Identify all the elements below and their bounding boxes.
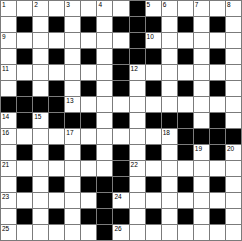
cell-r8-c6[interactable] [97, 129, 112, 144]
cell-r12-c2[interactable] [33, 193, 48, 208]
cell-r0-c5[interactable] [81, 1, 96, 16]
cell-r14-c4[interactable] [65, 225, 80, 240]
black-cell-r7-c3 [49, 113, 64, 128]
black-cell-r8-c12 [194, 129, 209, 144]
cell-r10-c10[interactable] [162, 161, 177, 176]
cell-r1-c12[interactable] [194, 17, 209, 32]
cell-r5-c4[interactable] [65, 81, 80, 96]
cell-r7-c6[interactable] [97, 113, 112, 128]
black-cell-r5-c9 [146, 81, 161, 96]
cell-r11-c12[interactable] [194, 177, 209, 192]
black-cell-r8-c14 [226, 129, 241, 144]
black-cell-r13-c5 [81, 209, 96, 224]
cell-r4-c8[interactable]: 12 [130, 65, 145, 80]
cell-r8-c4[interactable]: 17 [65, 129, 80, 144]
cell-r11-c2[interactable] [33, 177, 48, 192]
cell-r2-c2[interactable] [33, 33, 48, 48]
cell-r14-c8[interactable] [130, 225, 145, 240]
black-cell-r1-c11 [178, 17, 193, 32]
cell-r6-c7[interactable] [113, 97, 128, 112]
cell-r4-c1[interactable] [17, 65, 32, 80]
cell-r0-c14[interactable]: 8 [226, 1, 241, 16]
cell-r4-c2[interactable] [33, 65, 48, 80]
cell-r0-c1[interactable] [17, 1, 32, 16]
cell-r12-c3[interactable] [49, 193, 64, 208]
cell-r2-c1[interactable] [17, 33, 32, 48]
clue-number-26: 26 [114, 225, 121, 232]
cell-r2-c4[interactable] [65, 33, 80, 48]
cell-r0-c9[interactable]: 5 [146, 1, 161, 16]
cell-r10-c0[interactable]: 21 [1, 161, 16, 176]
clue-number-19: 19 [195, 145, 202, 152]
cell-r2-c12[interactable] [194, 33, 209, 48]
black-cell-r1-c13 [210, 17, 225, 32]
cell-r2-c10[interactable] [162, 33, 177, 48]
cell-r10-c2[interactable] [33, 161, 48, 176]
black-cell-r7-c5 [81, 113, 96, 128]
cell-r7-c2[interactable]: 15 [33, 113, 48, 128]
cell-r5-c10[interactable] [162, 81, 177, 96]
cell-r13-c0[interactable] [1, 209, 16, 224]
cell-r2-c5[interactable] [81, 33, 96, 48]
cell-r3-c12[interactable] [194, 49, 209, 64]
cell-r10-c3[interactable] [49, 161, 64, 176]
cell-r5-c2[interactable] [33, 81, 48, 96]
black-cell-r13-c9 [146, 209, 161, 224]
black-cell-r11-c7 [113, 177, 128, 192]
clue-number-11: 11 [2, 65, 9, 72]
cell-r11-c14[interactable] [226, 177, 241, 192]
cell-r11-c10[interactable] [162, 177, 177, 192]
cell-r6-c5[interactable] [81, 97, 96, 112]
cell-r9-c12[interactable]: 19 [194, 145, 209, 160]
cell-r13-c2[interactable] [33, 209, 48, 224]
clue-number-20: 20 [227, 145, 234, 152]
clue-number-24: 24 [114, 193, 121, 200]
cell-r7-c14[interactable] [226, 113, 241, 128]
black-cell-r7-c9 [146, 113, 161, 128]
clue-number-18: 18 [163, 129, 170, 136]
cell-r14-c14[interactable] [226, 225, 241, 240]
cell-r12-c7[interactable]: 24 [113, 193, 128, 208]
cell-r6-c14[interactable] [226, 97, 241, 112]
black-cell-r11-c9 [146, 177, 161, 192]
black-cell-r9-c11 [178, 145, 193, 160]
cell-r10-c5[interactable] [81, 161, 96, 176]
cell-r4-c13[interactable] [210, 65, 225, 80]
cell-r6-c11[interactable] [178, 97, 193, 112]
cell-r13-c14[interactable] [226, 209, 241, 224]
cell-r2-c3[interactable] [49, 33, 64, 48]
cell-r13-c4[interactable] [65, 209, 80, 224]
black-cell-r2-c8 [130, 33, 145, 48]
black-cell-r7-c10 [162, 113, 177, 128]
cell-r10-c14[interactable] [226, 161, 241, 176]
cell-r2-c13[interactable] [210, 33, 225, 48]
cell-r8-c5[interactable] [81, 129, 96, 144]
clue-number-21: 21 [2, 161, 9, 168]
cell-r0-c6[interactable]: 4 [97, 1, 112, 16]
cell-r9-c10[interactable] [162, 145, 177, 160]
cell-r12-c5[interactable] [81, 193, 96, 208]
cell-r12-c1[interactable] [17, 193, 32, 208]
cell-r10-c9[interactable] [146, 161, 161, 176]
black-cell-r6-c0 [1, 97, 16, 112]
cell-r3-c2[interactable] [33, 49, 48, 64]
clue-number-14: 14 [2, 113, 9, 120]
black-cell-r5-c11 [178, 81, 193, 96]
cell-r9-c14[interactable]: 20 [226, 145, 241, 160]
clue-number-4: 4 [98, 1, 102, 8]
cell-r10-c6[interactable] [97, 161, 112, 176]
cell-r0-c2[interactable]: 2 [33, 1, 48, 16]
cell-r12-c13[interactable] [210, 193, 225, 208]
cell-r3-c4[interactable] [65, 49, 80, 64]
cell-r2-c9[interactable]: 10 [146, 33, 161, 48]
cell-r1-c10[interactable] [162, 17, 177, 32]
cell-r8-c1[interactable] [17, 129, 32, 144]
cell-r12-c4[interactable] [65, 193, 80, 208]
cell-r10-c4[interactable] [65, 161, 80, 176]
cell-r14-c11[interactable] [178, 225, 193, 240]
cell-r6-c13[interactable] [210, 97, 225, 112]
cell-r0-c0[interactable]: 1 [1, 1, 16, 16]
cell-r7-c8[interactable] [130, 113, 145, 128]
black-cell-r3-c13 [210, 49, 225, 64]
cell-r8-c3[interactable] [49, 129, 64, 144]
black-cell-r9-c9 [146, 145, 161, 160]
black-cell-r1-c8 [130, 17, 145, 32]
cell-r12-c11[interactable] [178, 193, 193, 208]
clue-number-7: 7 [195, 1, 199, 8]
cell-r4-c14[interactable] [226, 65, 241, 80]
black-cell-r5-c3 [49, 81, 64, 96]
black-cell-r11-c5 [81, 177, 96, 192]
cell-r6-c10[interactable] [162, 97, 177, 112]
cell-r2-c14[interactable] [226, 33, 241, 48]
black-cell-r5-c7 [113, 81, 128, 96]
cell-r14-c0[interactable]: 25 [1, 225, 16, 240]
black-cell-r13-c1 [17, 209, 32, 224]
black-cell-r3-c3 [49, 49, 64, 64]
clue-number-13: 13 [66, 97, 73, 104]
cell-r2-c11[interactable] [178, 33, 193, 48]
cell-r14-c2[interactable] [33, 225, 48, 240]
cell-r2-c6[interactable] [97, 33, 112, 48]
black-cell-r13-c6 [97, 209, 112, 224]
black-cell-r12-c6 [97, 193, 112, 208]
black-cell-r7-c13 [210, 113, 225, 128]
cell-r12-c12[interactable] [194, 193, 209, 208]
cell-r9-c2[interactable] [33, 145, 48, 160]
black-cell-r11-c11 [178, 177, 193, 192]
cell-r14-c3[interactable] [49, 225, 64, 240]
cell-r3-c0[interactable] [1, 49, 16, 64]
cell-r0-c13[interactable] [210, 1, 225, 16]
cell-r6-c8[interactable] [130, 97, 145, 112]
cell-r5-c8[interactable] [130, 81, 145, 96]
cell-r14-c10[interactable] [162, 225, 177, 240]
clue-number-22: 22 [131, 161, 138, 168]
black-cell-r13-c3 [49, 209, 64, 224]
black-cell-r7-c11 [178, 113, 193, 128]
cell-r13-c10[interactable] [162, 209, 177, 224]
black-cell-r5-c1 [17, 81, 32, 96]
black-cell-r1-c9 [146, 17, 161, 32]
cell-r5-c14[interactable] [226, 81, 241, 96]
black-cell-r9-c3 [49, 145, 64, 160]
cell-r4-c5[interactable] [81, 65, 96, 80]
black-cell-r13-c13 [210, 209, 225, 224]
black-cell-r11-c1 [17, 177, 32, 192]
black-cell-r3-c11 [178, 49, 193, 64]
cell-r11-c4[interactable] [65, 177, 80, 192]
cell-r7-c12[interactable] [194, 113, 209, 128]
cell-r12-c10[interactable] [162, 193, 177, 208]
black-cell-r4-c7 [113, 65, 128, 80]
black-cell-r13-c7 [113, 209, 128, 224]
cell-r12-c0[interactable]: 23 [1, 193, 16, 208]
black-cell-r7-c1 [17, 113, 32, 128]
cell-r8-c10[interactable]: 18 [162, 129, 177, 144]
cell-r10-c11[interactable] [178, 161, 193, 176]
black-cell-r3-c8 [130, 49, 145, 64]
black-cell-r11-c3 [49, 177, 64, 192]
cell-r3-c14[interactable] [226, 49, 241, 64]
clue-number-17: 17 [66, 129, 73, 136]
cell-r1-c0[interactable] [1, 17, 16, 32]
black-cell-r5-c13 [210, 81, 225, 96]
cell-r3-c6[interactable] [97, 49, 112, 64]
cell-r8-c2[interactable] [33, 129, 48, 144]
cell-r4-c12[interactable] [194, 65, 209, 80]
black-cell-r9-c5 [81, 145, 96, 160]
cell-r6-c6[interactable] [97, 97, 112, 112]
cell-r4-c6[interactable] [97, 65, 112, 80]
cell-r7-c0[interactable]: 14 [1, 113, 16, 128]
black-cell-r3-c9 [146, 49, 161, 64]
clue-number-5: 5 [147, 1, 151, 8]
cell-r1-c6[interactable] [97, 17, 112, 32]
cell-r14-c7[interactable]: 26 [113, 225, 128, 240]
cell-r14-c9[interactable] [146, 225, 161, 240]
cell-r1-c2[interactable] [33, 17, 48, 32]
cell-r12-c9[interactable] [146, 193, 161, 208]
cell-r4-c0[interactable]: 11 [1, 65, 16, 80]
cell-r5-c6[interactable] [97, 81, 112, 96]
cell-r10-c8[interactable]: 22 [130, 161, 145, 176]
black-cell-r1-c1 [17, 17, 32, 32]
clue-number-15: 15 [34, 113, 41, 120]
cell-r13-c8[interactable] [130, 209, 145, 224]
clue-number-9: 9 [2, 33, 6, 40]
clue-number-8: 8 [227, 1, 231, 8]
black-cell-r8-c11 [178, 129, 193, 144]
black-cell-r10-c7 [113, 161, 128, 176]
black-cell-r1-c5 [81, 17, 96, 32]
cell-r5-c0[interactable] [1, 81, 16, 96]
black-cell-r9-c7 [113, 145, 128, 160]
cell-r1-c14[interactable] [226, 17, 241, 32]
black-cell-r6-c3 [49, 97, 64, 112]
cell-r12-c8[interactable] [130, 193, 145, 208]
cell-r0-c4[interactable]: 3 [65, 1, 80, 16]
cell-r4-c10[interactable] [162, 65, 177, 80]
cell-r4-c11[interactable] [178, 65, 193, 80]
black-cell-r5-c5 [81, 81, 96, 96]
cell-r4-c3[interactable] [49, 65, 64, 80]
cell-r14-c12[interactable] [194, 225, 209, 240]
black-cell-r6-c2 [33, 97, 48, 112]
black-cell-r1-c7 [113, 17, 128, 32]
cell-r0-c12[interactable]: 7 [194, 1, 209, 16]
cell-r12-c14[interactable] [226, 193, 241, 208]
cell-r4-c4[interactable] [65, 65, 80, 80]
cell-r11-c8[interactable] [130, 177, 145, 192]
cell-r10-c13[interactable] [210, 161, 225, 176]
cell-r10-c12[interactable] [194, 161, 209, 176]
cell-r9-c8[interactable] [130, 145, 145, 160]
black-cell-r7-c7 [113, 113, 128, 128]
cell-r9-c4[interactable] [65, 145, 80, 160]
black-cell-r13-c11 [178, 209, 193, 224]
clue-number-6: 6 [163, 1, 167, 8]
cell-r5-c12[interactable] [194, 81, 209, 96]
clue-number-1: 1 [2, 1, 6, 8]
cell-r8-c7[interactable] [113, 129, 128, 144]
black-cell-r1-c3 [49, 17, 64, 32]
black-cell-r8-c13 [210, 129, 225, 144]
black-cell-r6-c1 [17, 97, 32, 112]
cell-r0-c10[interactable]: 6 [162, 1, 177, 16]
black-cell-r14-c6 [97, 225, 112, 240]
black-cell-r11-c6 [97, 177, 112, 192]
clue-number-12: 12 [131, 65, 138, 72]
clue-number-25: 25 [2, 225, 9, 232]
cell-r13-c12[interactable] [194, 209, 209, 224]
clue-number-16: 16 [2, 129, 9, 136]
cell-r0-c7[interactable] [113, 1, 128, 16]
cell-r3-c10[interactable] [162, 49, 177, 64]
clue-number-3: 3 [66, 1, 70, 8]
cell-r9-c6[interactable] [97, 145, 112, 160]
cell-r14-c1[interactable] [17, 225, 32, 240]
cell-r8-c9[interactable] [146, 129, 161, 144]
black-cell-r9-c1 [17, 145, 32, 160]
cell-r6-c12[interactable] [194, 97, 209, 112]
clue-number-10: 10 [147, 33, 154, 40]
cell-r14-c5[interactable] [81, 225, 96, 240]
cell-r2-c0[interactable]: 9 [1, 33, 16, 48]
cell-r8-c0[interactable]: 16 [1, 129, 16, 144]
crossword-grid: 1234567891011121314151617181920212223242… [0, 0, 242, 241]
cell-r0-c3[interactable] [49, 1, 64, 16]
cell-r14-c13[interactable] [210, 225, 225, 240]
cell-r6-c9[interactable] [146, 97, 161, 112]
black-cell-r3-c1 [17, 49, 32, 64]
cell-r2-c7[interactable] [113, 33, 128, 48]
cell-r4-c9[interactable] [146, 65, 161, 80]
black-cell-r3-c5 [81, 49, 96, 64]
cell-r11-c0[interactable] [1, 177, 16, 192]
cell-r10-c1[interactable] [17, 161, 32, 176]
clue-number-23: 23 [2, 193, 9, 200]
black-cell-r9-c13 [210, 145, 225, 160]
clue-number-2: 2 [34, 1, 38, 8]
cell-r9-c0[interactable] [1, 145, 16, 160]
cell-r8-c8[interactable] [130, 129, 145, 144]
black-cell-r11-c13 [210, 177, 225, 192]
black-cell-r7-c4 [65, 113, 80, 128]
black-cell-r0-c8 [130, 1, 145, 16]
cell-r6-c4[interactable]: 13 [65, 97, 80, 112]
cell-r1-c4[interactable] [65, 17, 80, 32]
cell-r0-c11[interactable] [178, 1, 193, 16]
black-cell-r3-c7 [113, 49, 128, 64]
